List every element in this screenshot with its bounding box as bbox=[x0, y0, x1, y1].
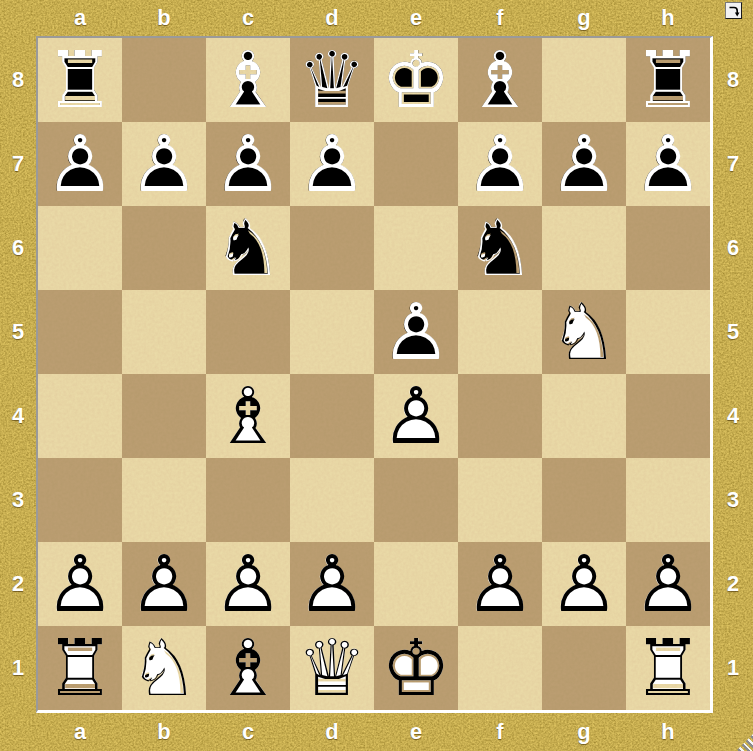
piece-outline-glyph: ♘ bbox=[206, 206, 290, 290]
square-b5[interactable] bbox=[122, 290, 206, 374]
square-g6[interactable] bbox=[542, 206, 626, 290]
rank-label-1: 1 bbox=[713, 626, 753, 710]
rank-labels-left: 87654321 bbox=[0, 38, 36, 710]
square-d6[interactable] bbox=[290, 206, 374, 290]
black-pawn-g7[interactable]: ♟♙ bbox=[542, 122, 626, 206]
piece-outline-glyph: ♙ bbox=[122, 122, 206, 206]
piece-outline-glyph: ♕ bbox=[290, 626, 374, 710]
black-bishop-f8[interactable]: ♝♗ bbox=[458, 38, 542, 122]
piece-outline-glyph: ♖ bbox=[626, 38, 710, 122]
white-king-e1[interactable]: ♚♔ bbox=[374, 626, 458, 710]
black-pawn-h7[interactable]: ♟♙ bbox=[626, 122, 710, 206]
piece-outline-glyph: ♖ bbox=[38, 626, 122, 710]
file-label-b: b bbox=[122, 713, 206, 751]
rank-label-8: 8 bbox=[0, 38, 36, 122]
rank-label-6: 6 bbox=[713, 206, 753, 290]
white-bishop-c1[interactable]: ♝♗ bbox=[206, 626, 290, 710]
piece-outline-glyph: ♙ bbox=[206, 122, 290, 206]
piece-outline-glyph: ♖ bbox=[626, 626, 710, 710]
rank-label-7: 7 bbox=[713, 122, 753, 206]
square-b3[interactable] bbox=[122, 458, 206, 542]
square-c3[interactable] bbox=[206, 458, 290, 542]
piece-outline-glyph: ♙ bbox=[38, 542, 122, 626]
square-e3[interactable] bbox=[374, 458, 458, 542]
square-f1[interactable] bbox=[458, 626, 542, 710]
square-c5[interactable] bbox=[206, 290, 290, 374]
square-h8[interactable]: ♜♖ bbox=[626, 38, 710, 122]
piece-outline-glyph: ♙ bbox=[542, 542, 626, 626]
square-f4[interactable] bbox=[458, 374, 542, 458]
rank-label-4: 4 bbox=[0, 374, 36, 458]
piece-outline-glyph: ♘ bbox=[122, 626, 206, 710]
rank-label-2: 2 bbox=[0, 542, 36, 626]
black-pawn-d7[interactable]: ♟♙ bbox=[290, 122, 374, 206]
rank-labels-right: 87654321 bbox=[713, 38, 753, 710]
black-rook-h8[interactable]: ♜♖ bbox=[626, 38, 710, 122]
square-d2[interactable]: ♟♙ bbox=[290, 542, 374, 626]
square-d8[interactable]: ♛♕ bbox=[290, 38, 374, 122]
rank-label-5: 5 bbox=[0, 290, 36, 374]
file-label-a: a bbox=[38, 713, 122, 751]
square-e2[interactable] bbox=[374, 542, 458, 626]
black-pawn-b7[interactable]: ♟♙ bbox=[122, 122, 206, 206]
curved-arrow-glyph bbox=[727, 4, 740, 17]
flip-board-icon[interactable] bbox=[725, 2, 742, 19]
square-e4[interactable]: ♟♙ bbox=[374, 374, 458, 458]
square-c7[interactable]: ♟♙ bbox=[206, 122, 290, 206]
square-g8[interactable] bbox=[542, 38, 626, 122]
square-h2[interactable]: ♟♙ bbox=[626, 542, 710, 626]
black-queen-d8[interactable]: ♛♕ bbox=[290, 38, 374, 122]
square-a2[interactable]: ♟♙ bbox=[38, 542, 122, 626]
rank-label-6: 6 bbox=[0, 206, 36, 290]
piece-outline-glyph: ♙ bbox=[458, 542, 542, 626]
square-c2[interactable]: ♟♙ bbox=[206, 542, 290, 626]
file-label-a: a bbox=[38, 0, 122, 36]
file-label-d: d bbox=[290, 0, 374, 36]
square-e7[interactable] bbox=[374, 122, 458, 206]
file-label-g: g bbox=[542, 713, 626, 751]
piece-outline-glyph: ♔ bbox=[374, 38, 458, 122]
piece-outline-glyph: ♕ bbox=[290, 38, 374, 122]
piece-outline-glyph: ♗ bbox=[206, 626, 290, 710]
square-b4[interactable] bbox=[122, 374, 206, 458]
white-pawn-b2[interactable]: ♟♙ bbox=[122, 542, 206, 626]
piece-outline-glyph: ♙ bbox=[38, 122, 122, 206]
square-g3[interactable] bbox=[542, 458, 626, 542]
file-label-g: g bbox=[542, 0, 626, 36]
black-knight-f6[interactable]: ♞♘ bbox=[458, 206, 542, 290]
piece-outline-glyph: ♖ bbox=[38, 38, 122, 122]
square-a1[interactable]: ♜♖ bbox=[38, 626, 122, 710]
black-pawn-c7[interactable]: ♟♙ bbox=[206, 122, 290, 206]
square-a6[interactable] bbox=[38, 206, 122, 290]
square-c1[interactable]: ♝♗ bbox=[206, 626, 290, 710]
square-c4[interactable]: ♝♗ bbox=[206, 374, 290, 458]
piece-outline-glyph: ♙ bbox=[206, 542, 290, 626]
square-f8[interactable]: ♝♗ bbox=[458, 38, 542, 122]
piece-outline-glyph: ♙ bbox=[626, 122, 710, 206]
piece-outline-glyph: ♗ bbox=[458, 38, 542, 122]
white-pawn-h2[interactable]: ♟♙ bbox=[626, 542, 710, 626]
white-rook-h1[interactable]: ♜♖ bbox=[626, 626, 710, 710]
white-rook-a1[interactable]: ♜♖ bbox=[38, 626, 122, 710]
file-labels-top: abcdefgh bbox=[38, 0, 710, 36]
piece-outline-glyph: ♙ bbox=[290, 542, 374, 626]
board-frame: ♜♖♝♗♛♕♚♔♝♗♜♖♟♙♟♙♟♙♟♙♟♙♟♙♟♙♞♘♞♘♟♙♞♘♝♗♟♙♟♙… bbox=[36, 36, 713, 713]
square-b2[interactable]: ♟♙ bbox=[122, 542, 206, 626]
square-f7[interactable]: ♟♙ bbox=[458, 122, 542, 206]
rank-label-7: 7 bbox=[0, 122, 36, 206]
square-f2[interactable]: ♟♙ bbox=[458, 542, 542, 626]
square-c6[interactable]: ♞♘ bbox=[206, 206, 290, 290]
white-pawn-d2[interactable]: ♟♙ bbox=[290, 542, 374, 626]
piece-outline-glyph: ♘ bbox=[458, 206, 542, 290]
piece-outline-glyph: ♙ bbox=[626, 542, 710, 626]
file-label-d: d bbox=[290, 713, 374, 751]
piece-outline-glyph: ♗ bbox=[206, 374, 290, 458]
black-pawn-a7[interactable]: ♟♙ bbox=[38, 122, 122, 206]
square-h1[interactable]: ♜♖ bbox=[626, 626, 710, 710]
rank-label-1: 1 bbox=[0, 626, 36, 710]
black-rook-a8[interactable]: ♜♖ bbox=[38, 38, 122, 122]
square-d5[interactable] bbox=[290, 290, 374, 374]
square-g4[interactable] bbox=[542, 374, 626, 458]
file-label-f: f bbox=[458, 713, 542, 751]
square-d1[interactable]: ♛♕ bbox=[290, 626, 374, 710]
square-a5[interactable] bbox=[38, 290, 122, 374]
white-bishop-c4[interactable]: ♝♗ bbox=[206, 374, 290, 458]
square-d4[interactable] bbox=[290, 374, 374, 458]
white-knight-g5[interactable]: ♞♘ bbox=[542, 290, 626, 374]
white-pawn-c2[interactable]: ♟♙ bbox=[206, 542, 290, 626]
black-knight-c6[interactable]: ♞♘ bbox=[206, 206, 290, 290]
piece-outline-glyph: ♘ bbox=[542, 290, 626, 374]
square-a3[interactable] bbox=[38, 458, 122, 542]
square-f5[interactable] bbox=[458, 290, 542, 374]
piece-outline-glyph: ♙ bbox=[122, 542, 206, 626]
white-knight-b1[interactable]: ♞♘ bbox=[122, 626, 206, 710]
square-d3[interactable] bbox=[290, 458, 374, 542]
black-pawn-f7[interactable]: ♟♙ bbox=[458, 122, 542, 206]
board: ♜♖♝♗♛♕♚♔♝♗♜♖♟♙♟♙♟♙♟♙♟♙♟♙♟♙♞♘♞♘♟♙♞♘♝♗♟♙♟♙… bbox=[38, 38, 710, 710]
rank-label-3: 3 bbox=[713, 458, 753, 542]
rank-label-4: 4 bbox=[713, 374, 753, 458]
file-label-c: c bbox=[206, 0, 290, 36]
file-label-c: c bbox=[206, 713, 290, 751]
file-label-e: e bbox=[374, 713, 458, 751]
file-label-b: b bbox=[122, 0, 206, 36]
square-e1[interactable]: ♚♔ bbox=[374, 626, 458, 710]
square-h5[interactable] bbox=[626, 290, 710, 374]
square-e6[interactable] bbox=[374, 206, 458, 290]
square-g2[interactable]: ♟♙ bbox=[542, 542, 626, 626]
file-label-f: f bbox=[458, 0, 542, 36]
square-g5[interactable]: ♞♘ bbox=[542, 290, 626, 374]
white-pawn-g2[interactable]: ♟♙ bbox=[542, 542, 626, 626]
piece-outline-glyph: ♙ bbox=[374, 374, 458, 458]
piece-outline-glyph: ♙ bbox=[374, 290, 458, 374]
square-a7[interactable]: ♟♙ bbox=[38, 122, 122, 206]
black-king-e8[interactable]: ♚♔ bbox=[374, 38, 458, 122]
rank-label-5: 5 bbox=[713, 290, 753, 374]
square-d7[interactable]: ♟♙ bbox=[290, 122, 374, 206]
square-e8[interactable]: ♚♔ bbox=[374, 38, 458, 122]
square-f3[interactable] bbox=[458, 458, 542, 542]
piece-outline-glyph: ♗ bbox=[206, 38, 290, 122]
file-label-h: h bbox=[626, 0, 710, 36]
black-bishop-c8[interactable]: ♝♗ bbox=[206, 38, 290, 122]
square-e5[interactable]: ♟♙ bbox=[374, 290, 458, 374]
piece-outline-glyph: ♔ bbox=[374, 626, 458, 710]
square-b7[interactable]: ♟♙ bbox=[122, 122, 206, 206]
square-h4[interactable] bbox=[626, 374, 710, 458]
square-g7[interactable]: ♟♙ bbox=[542, 122, 626, 206]
square-h6[interactable] bbox=[626, 206, 710, 290]
square-h7[interactable]: ♟♙ bbox=[626, 122, 710, 206]
white-pawn-a2[interactable]: ♟♙ bbox=[38, 542, 122, 626]
black-pawn-e5[interactable]: ♟♙ bbox=[374, 290, 458, 374]
white-pawn-f2[interactable]: ♟♙ bbox=[458, 542, 542, 626]
square-c8[interactable]: ♝♗ bbox=[206, 38, 290, 122]
rank-label-2: 2 bbox=[713, 542, 753, 626]
white-queen-d1[interactable]: ♛♕ bbox=[290, 626, 374, 710]
white-pawn-e4[interactable]: ♟♙ bbox=[374, 374, 458, 458]
piece-outline-glyph: ♙ bbox=[542, 122, 626, 206]
file-label-e: e bbox=[374, 0, 458, 36]
file-label-h: h bbox=[626, 713, 710, 751]
chessboard-window: abcdefgh abcdefgh 87654321 87654321 ♜♖♝♗… bbox=[0, 0, 753, 751]
square-a8[interactable]: ♜♖ bbox=[38, 38, 122, 122]
square-b6[interactable] bbox=[122, 206, 206, 290]
square-b8[interactable] bbox=[122, 38, 206, 122]
square-g1[interactable] bbox=[542, 626, 626, 710]
rank-label-3: 3 bbox=[0, 458, 36, 542]
square-a4[interactable] bbox=[38, 374, 122, 458]
piece-outline-glyph: ♙ bbox=[458, 122, 542, 206]
square-h3[interactable] bbox=[626, 458, 710, 542]
file-labels-bottom: abcdefgh bbox=[38, 713, 710, 751]
rank-label-8: 8 bbox=[713, 38, 753, 122]
square-f6[interactable]: ♞♘ bbox=[458, 206, 542, 290]
piece-outline-glyph: ♙ bbox=[290, 122, 374, 206]
square-b1[interactable]: ♞♘ bbox=[122, 626, 206, 710]
